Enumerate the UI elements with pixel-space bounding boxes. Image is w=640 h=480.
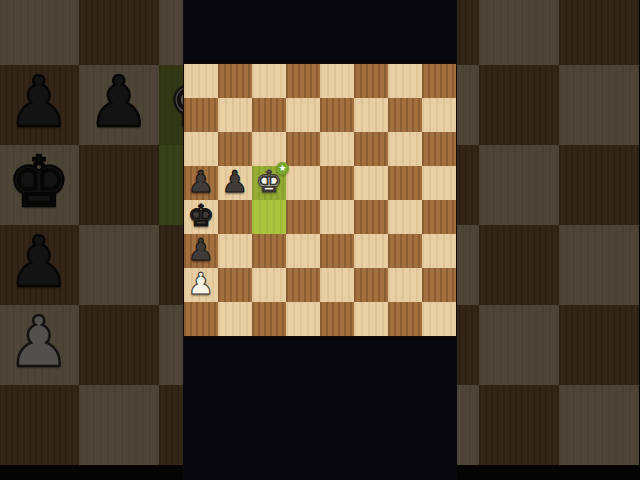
bg-black-pawn: ♟ [8, 227, 71, 297]
bg-square-a4: ♚ [0, 145, 79, 225]
bg-square-b1 [79, 385, 159, 465]
bg-square-g5 [479, 65, 559, 145]
square-h5[interactable] [422, 166, 456, 200]
square-h6[interactable] [422, 132, 456, 166]
square-g6[interactable] [388, 132, 422, 166]
bg-black-pawn: ♟ [8, 67, 71, 137]
square-d6[interactable] [286, 132, 320, 166]
best-move-star-badge: ★ [276, 162, 289, 175]
square-d8[interactable] [286, 64, 320, 98]
square-h3[interactable] [422, 234, 456, 268]
square-e3[interactable] [320, 234, 354, 268]
bg-square-g4 [479, 145, 559, 225]
star-icon: ★ [278, 164, 286, 173]
video-frame: ♟♟♚★♚♟♟ ♟♟♚★♚♟♟ [0, 0, 640, 480]
square-e2[interactable] [320, 268, 354, 302]
square-f1[interactable] [354, 302, 388, 336]
bg-square-b5: ♟ [79, 65, 159, 145]
black-pawn: ♟ [188, 235, 215, 265]
square-e7[interactable] [320, 98, 354, 132]
bg-square-h4 [559, 145, 639, 225]
square-g7[interactable] [388, 98, 422, 132]
bg-square-a3: ♟ [0, 225, 79, 305]
bg-white-pawn: ♟ [8, 307, 71, 377]
bg-square-h5 [559, 65, 639, 145]
square-c7[interactable] [252, 98, 286, 132]
bg-square-a2: ♟ [0, 305, 79, 385]
square-c6[interactable] [252, 132, 286, 166]
black-pawn: ♟ [222, 167, 249, 197]
video-center-strip: ♟♟♚★♚♟♟ [183, 0, 457, 480]
square-c1[interactable] [252, 302, 286, 336]
square-d1[interactable] [286, 302, 320, 336]
square-h7[interactable] [422, 98, 456, 132]
square-b7[interactable] [218, 98, 252, 132]
square-d3[interactable] [286, 234, 320, 268]
bg-square-a1 [0, 385, 79, 465]
bg-black-pawn: ♟ [88, 67, 151, 137]
chess-board: ♟♟♚★♚♟♟ [184, 64, 456, 336]
square-h8[interactable] [422, 64, 456, 98]
bg-square-g3 [479, 225, 559, 305]
square-e4[interactable] [320, 200, 354, 234]
square-d4[interactable] [286, 200, 320, 234]
square-d7[interactable] [286, 98, 320, 132]
square-c8[interactable] [252, 64, 286, 98]
bg-square-b4 [79, 145, 159, 225]
square-c5[interactable]: ♚★ [252, 166, 286, 200]
bg-square-a6 [0, 0, 79, 65]
square-e1[interactable] [320, 302, 354, 336]
bg-square-h6 [559, 0, 639, 65]
square-g3[interactable] [388, 234, 422, 268]
square-e5[interactable] [320, 166, 354, 200]
bg-square-a5: ♟ [0, 65, 79, 145]
square-a3[interactable]: ♟ [184, 234, 218, 268]
square-c4[interactable] [252, 200, 286, 234]
square-g8[interactable] [388, 64, 422, 98]
square-a4[interactable]: ♚ [184, 200, 218, 234]
square-d5[interactable] [286, 166, 320, 200]
square-d2[interactable] [286, 268, 320, 302]
square-h4[interactable] [422, 200, 456, 234]
bg-black-king: ♚ [8, 147, 71, 217]
square-h2[interactable] [422, 268, 456, 302]
square-b2[interactable] [218, 268, 252, 302]
square-f4[interactable] [354, 200, 388, 234]
square-a7[interactable] [184, 98, 218, 132]
square-f6[interactable] [354, 132, 388, 166]
square-g2[interactable] [388, 268, 422, 302]
square-f7[interactable] [354, 98, 388, 132]
square-c3[interactable] [252, 234, 286, 268]
square-g5[interactable] [388, 166, 422, 200]
square-b8[interactable] [218, 64, 252, 98]
square-a8[interactable] [184, 64, 218, 98]
bg-square-b3 [79, 225, 159, 305]
square-f8[interactable] [354, 64, 388, 98]
square-a5[interactable]: ♟ [184, 166, 218, 200]
square-h1[interactable] [422, 302, 456, 336]
bg-square-g6 [479, 0, 559, 65]
black-king: ♚ [188, 201, 215, 231]
square-a2[interactable]: ♟ [184, 268, 218, 302]
bg-square-b2 [79, 305, 159, 385]
square-e6[interactable] [320, 132, 354, 166]
square-e8[interactable] [320, 64, 354, 98]
square-b3[interactable] [218, 234, 252, 268]
square-f5[interactable] [354, 166, 388, 200]
bg-square-h3 [559, 225, 639, 305]
square-b6[interactable] [218, 132, 252, 166]
square-g1[interactable] [388, 302, 422, 336]
square-b4[interactable] [218, 200, 252, 234]
bg-square-b6 [79, 0, 159, 65]
bg-square-h1 [559, 385, 639, 465]
square-a1[interactable] [184, 302, 218, 336]
black-pawn: ♟ [188, 167, 215, 197]
square-f2[interactable] [354, 268, 388, 302]
square-a6[interactable] [184, 132, 218, 166]
square-c2[interactable] [252, 268, 286, 302]
square-b5[interactable]: ♟ [218, 166, 252, 200]
bg-square-h2 [559, 305, 639, 385]
square-g4[interactable] [388, 200, 422, 234]
square-b1[interactable] [218, 302, 252, 336]
bg-square-g2 [479, 305, 559, 385]
bg-square-g1 [479, 385, 559, 465]
white-pawn: ♟ [188, 269, 215, 299]
square-f3[interactable] [354, 234, 388, 268]
